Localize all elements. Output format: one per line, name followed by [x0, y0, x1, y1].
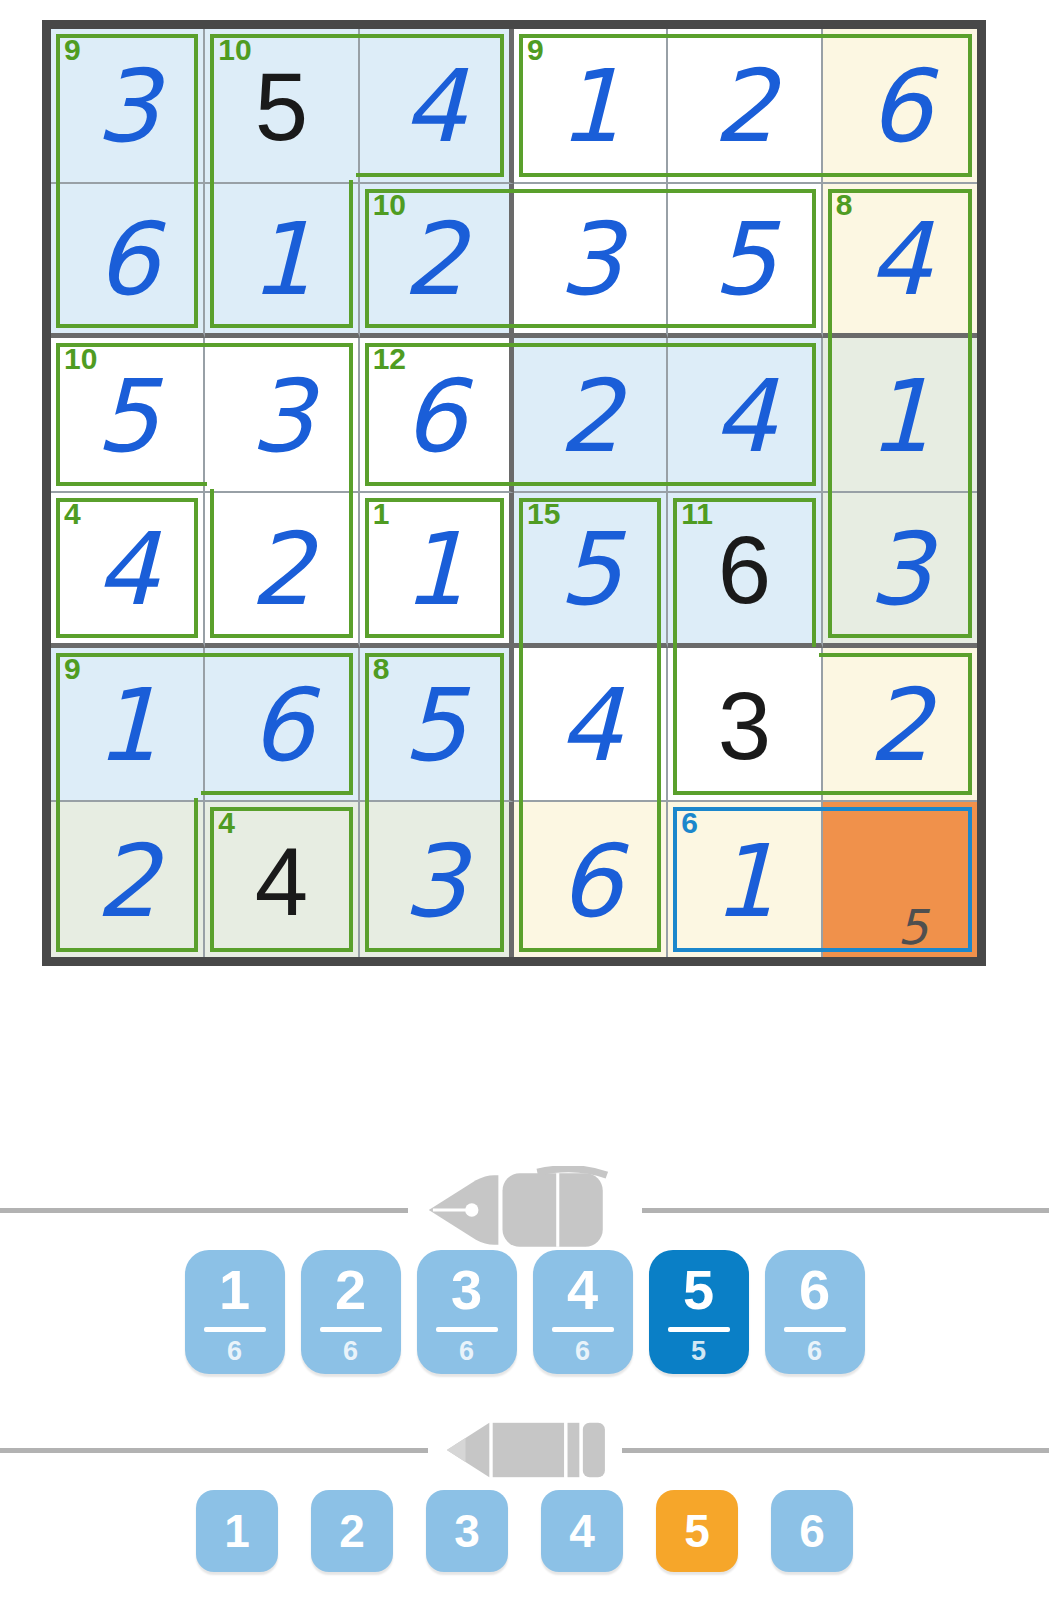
pencil-button-2[interactable]: 2: [311, 1490, 393, 1572]
cage-sum-label: 6: [681, 808, 698, 838]
entered-digit: 3: [250, 367, 314, 467]
pen-button-5[interactable]: 55: [649, 1250, 749, 1374]
pencil-button-digit: 6: [799, 1508, 825, 1554]
cell-r2c3[interactable]: 102: [360, 184, 514, 339]
cage-sum-label: 15: [527, 499, 560, 529]
entered-digit: 2: [403, 210, 467, 310]
killer-sudoku-app: 9310549126611023584105312624144211155116…: [0, 0, 1049, 1600]
fraction-divider-line: [668, 1327, 730, 1332]
cell-r2c4[interactable]: 3: [514, 184, 668, 339]
cage-sum-label: 10: [218, 35, 251, 65]
pen-mode-divider: [0, 1164, 1049, 1256]
entered-digit: 5: [403, 676, 467, 776]
placed-count: 6: [343, 1338, 358, 1365]
cell-r1c6[interactable]: 6: [823, 29, 977, 184]
cell-r6c4[interactable]: 6: [514, 802, 668, 957]
placed-count: 6: [459, 1338, 474, 1365]
pencil-mode-divider: [0, 1408, 1049, 1492]
entered-digit: 4: [558, 676, 622, 776]
pencil-button-digit: 5: [684, 1508, 710, 1554]
placed-count: 6: [227, 1338, 242, 1365]
entered-digit: 1: [868, 367, 932, 467]
cage-sum-label: 9: [64, 654, 81, 684]
cell-r2c2[interactable]: 1: [205, 184, 359, 339]
pencil-icon: [428, 1410, 622, 1490]
divider-line: [642, 1208, 1049, 1213]
cell-r4c2[interactable]: 2: [205, 493, 359, 648]
cell-r4c3[interactable]: 11: [360, 493, 514, 648]
entered-digit: 2: [250, 520, 314, 620]
pen-button-6[interactable]: 66: [765, 1250, 865, 1374]
cage-sum-label: 10: [373, 190, 406, 220]
entered-digit: 1: [558, 57, 622, 157]
pen-button-1[interactable]: 16: [185, 1250, 285, 1374]
pen-button-digit: 2: [335, 1262, 366, 1318]
pencil-mark: 5: [823, 903, 977, 951]
cell-r5c2[interactable]: 6: [205, 648, 359, 803]
entered-digit: 2: [868, 676, 932, 776]
pen-button-3[interactable]: 36: [417, 1250, 517, 1374]
entered-digit: 1: [713, 832, 777, 932]
cell-r4c4[interactable]: 155: [514, 493, 668, 648]
entered-digit: 6: [95, 210, 159, 310]
cell-r1c5[interactable]: 2: [668, 29, 822, 184]
entered-digit: 6: [868, 57, 932, 157]
placed-count: 6: [807, 1338, 822, 1365]
cell-r4c5[interactable]: 116: [668, 493, 822, 648]
pencil-button-6[interactable]: 6: [771, 1490, 853, 1572]
cell-r6c3[interactable]: 3: [360, 802, 514, 957]
entered-digit: 6: [558, 832, 622, 932]
pencil-button-5[interactable]: 5: [656, 1490, 738, 1572]
cell-r3c6[interactable]: 1: [823, 338, 977, 493]
entered-digit: 4: [868, 210, 932, 310]
pencil-button-1[interactable]: 1: [196, 1490, 278, 1572]
cell-r1c1[interactable]: 93: [51, 29, 205, 184]
cell-r5c1[interactable]: 91: [51, 648, 205, 803]
cage-sum-label: 8: [373, 654, 390, 684]
entered-digit: 5: [713, 210, 777, 310]
cage-sum-label: 8: [836, 190, 853, 220]
entered-digit: 6: [403, 367, 467, 467]
entered-digit: 4: [403, 57, 467, 157]
cage-sum-label: 9: [527, 35, 544, 65]
cell-r3c1[interactable]: 105: [51, 338, 205, 493]
pen-button-2[interactable]: 26: [301, 1250, 401, 1374]
pen-button-digit: 4: [567, 1262, 598, 1318]
cell-r4c6[interactable]: 3: [823, 493, 977, 648]
entered-digit: 5: [95, 367, 159, 467]
pen-button-digit: 5: [683, 1262, 714, 1318]
placed-count: 5: [691, 1338, 706, 1365]
entered-digit: 2: [713, 57, 777, 157]
cell-r2c5[interactable]: 5: [668, 184, 822, 339]
cell-r1c4[interactable]: 91: [514, 29, 668, 184]
cell-r3c2[interactable]: 3: [205, 338, 359, 493]
cell-r1c2[interactable]: 105: [205, 29, 359, 184]
entered-digit: 5: [558, 520, 622, 620]
cell-r1c3[interactable]: 4: [360, 29, 514, 184]
cage-sum-label: 1: [373, 499, 390, 529]
killer-sudoku-board: 9310549126611023584105312624144211155116…: [42, 20, 986, 966]
cell-r5c5[interactable]: 3: [668, 648, 822, 803]
cell-r6c1[interactable]: 2: [51, 802, 205, 957]
entered-digit: 1: [403, 520, 467, 620]
fraction-divider-line: [552, 1327, 614, 1332]
entered-digit: 3: [403, 832, 467, 932]
divider-line: [0, 1208, 408, 1213]
cage-sum-label: 4: [64, 499, 81, 529]
cell-r3c4[interactable]: 2: [514, 338, 668, 493]
pen-button-digit: 6: [799, 1262, 830, 1318]
given-digit: 4: [255, 834, 308, 930]
fraction-divider-line: [320, 1327, 382, 1332]
pen-button-digit: 3: [451, 1262, 482, 1318]
cage-sum-label: 11: [681, 499, 713, 529]
entered-digit: 3: [558, 210, 622, 310]
cage-sum-label: 4: [218, 808, 235, 838]
cell-r3c5[interactable]: 4: [668, 338, 822, 493]
pencil-button-digit: 3: [454, 1508, 480, 1554]
divider-line: [622, 1448, 1049, 1453]
entered-digit: 4: [713, 367, 777, 467]
entered-digit: 6: [250, 676, 314, 776]
fraction-divider-line: [204, 1327, 266, 1332]
cell-r6c5[interactable]: 61: [668, 802, 822, 957]
pen-button-4[interactable]: 46: [533, 1250, 633, 1374]
cell-r3c3[interactable]: 126: [360, 338, 514, 493]
given-digit: 3: [718, 678, 771, 774]
cell-r6c6-selected[interactable]: 5: [823, 802, 977, 957]
fountain-pen-icon: [408, 1166, 642, 1254]
cell-r5c3[interactable]: 85: [360, 648, 514, 803]
entered-digit: 3: [95, 57, 159, 157]
placed-count: 6: [575, 1338, 590, 1365]
entered-digit: 4: [95, 520, 159, 620]
cell-r6c2[interactable]: 44: [205, 802, 359, 957]
cell-r2c6[interactable]: 84: [823, 184, 977, 339]
pen-button-digit: 1: [219, 1262, 250, 1318]
entered-digit: 1: [95, 676, 159, 776]
fraction-divider-line: [784, 1327, 846, 1332]
pencil-button-digit: 1: [224, 1508, 250, 1554]
pencil-button-digit: 2: [339, 1508, 365, 1554]
cell-r5c4[interactable]: 4: [514, 648, 668, 803]
given-digit: 5: [255, 59, 308, 155]
entered-digit: 2: [558, 367, 622, 467]
given-digit: 6: [718, 522, 771, 618]
pencil-button-4[interactable]: 4: [541, 1490, 623, 1572]
cage-sum-label: 12: [373, 344, 406, 374]
cell-r5c6[interactable]: 2: [823, 648, 977, 803]
entered-digit: 3: [868, 520, 932, 620]
pencil-button-3[interactable]: 3: [426, 1490, 508, 1572]
cell-r2c1[interactable]: 6: [51, 184, 205, 339]
pen-number-row: 162636465566: [0, 1250, 1049, 1374]
divider-line: [0, 1448, 428, 1453]
cage-sum-label: 10: [64, 344, 97, 374]
pencil-number-row: 123456: [0, 1490, 1049, 1572]
pencil-button-digit: 4: [569, 1508, 595, 1554]
entered-digit: 2: [95, 832, 159, 932]
cage-sum-label: 9: [64, 35, 81, 65]
fraction-divider-line: [436, 1327, 498, 1332]
entered-digit: 1: [250, 210, 314, 310]
cell-r4c1[interactable]: 44: [51, 493, 205, 648]
